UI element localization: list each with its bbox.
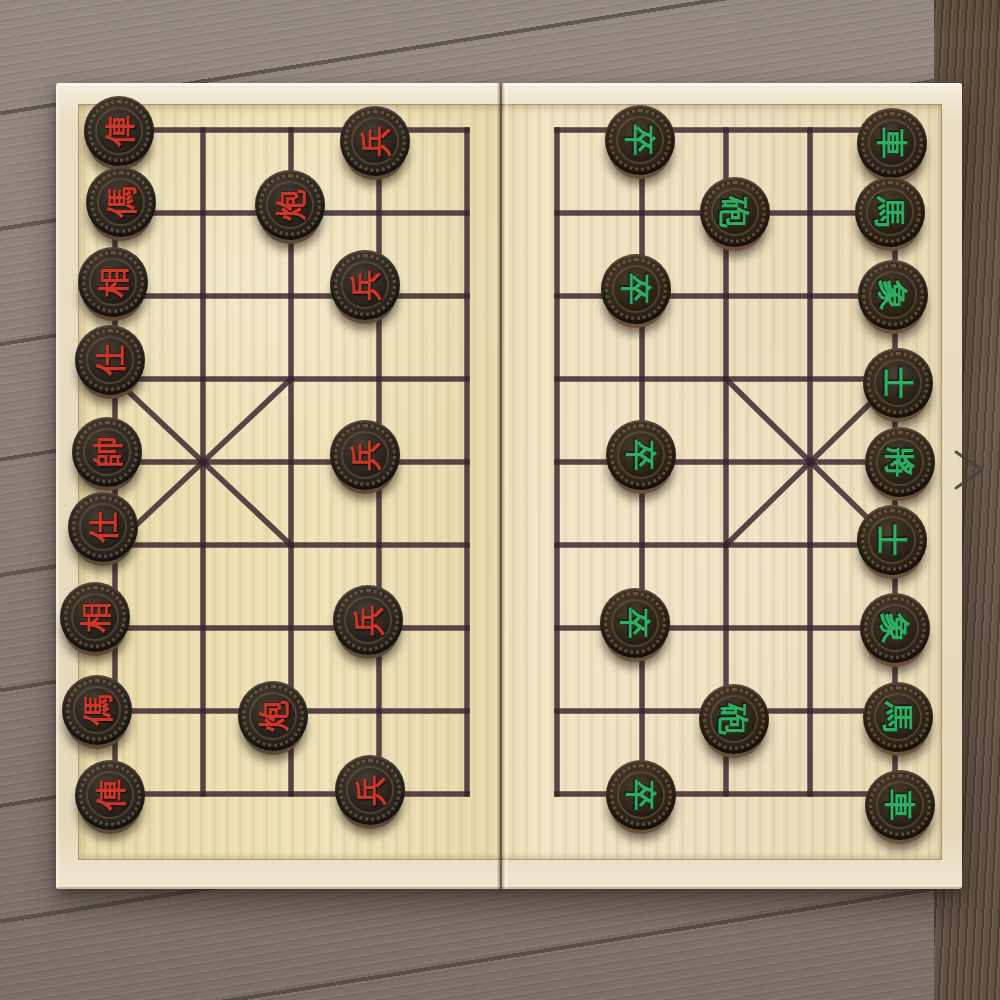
- piece-glyph-兵: 兵: [346, 766, 394, 814]
- piece-glyph-兵: 兵: [341, 261, 389, 309]
- piece-green-horse[interactable]: 馬: [855, 177, 925, 247]
- piece-glyph-象: 象: [869, 271, 917, 319]
- piece-glyph-炮: 炮: [249, 692, 297, 740]
- piece-red-cannon[interactable]: 炮: [238, 681, 308, 751]
- piece-green-soldier[interactable]: 卒: [601, 254, 671, 324]
- piece-glyph-俥: 俥: [86, 771, 134, 819]
- piece-glyph-炮: 炮: [266, 181, 314, 229]
- piece-glyph-象: 象: [871, 604, 919, 652]
- piece-red-advisor[interactable]: 仕: [75, 325, 145, 395]
- piece-red-advisor[interactable]: 仕: [68, 492, 138, 562]
- piece-red-general[interactable]: 帥: [72, 417, 142, 487]
- pieces-layer: 俥傌相仕帥仕相傌俥炮炮兵兵兵兵兵卒卒卒卒卒砲砲車馬象士將士象馬車: [0, 0, 1000, 1000]
- latch-hook-icon: [948, 438, 994, 500]
- piece-glyph-相: 相: [71, 593, 119, 641]
- piece-glyph-兵: 兵: [341, 431, 389, 479]
- piece-glyph-砲: 砲: [710, 695, 758, 743]
- piece-glyph-士: 士: [868, 516, 916, 564]
- piece-glyph-卒: 卒: [617, 771, 665, 819]
- piece-glyph-傌: 傌: [97, 178, 145, 226]
- piece-red-soldier[interactable]: 兵: [335, 755, 405, 825]
- piece-green-chariot[interactable]: 車: [857, 108, 927, 178]
- piece-glyph-兵: 兵: [344, 596, 392, 644]
- piece-glyph-車: 車: [868, 119, 916, 167]
- piece-glyph-兵: 兵: [351, 117, 399, 165]
- piece-red-soldier[interactable]: 兵: [330, 250, 400, 320]
- piece-glyph-卒: 卒: [616, 116, 664, 164]
- piece-green-general[interactable]: 將: [865, 427, 935, 497]
- scene: { "game": "xiangqi", "scene": "Overhead …: [0, 0, 1000, 1000]
- piece-red-chariot[interactable]: 俥: [84, 96, 154, 166]
- piece-green-soldier[interactable]: 卒: [600, 588, 670, 658]
- piece-green-soldier[interactable]: 卒: [606, 760, 676, 830]
- piece-green-elephant[interactable]: 象: [860, 593, 930, 663]
- piece-glyph-馬: 馬: [874, 693, 922, 741]
- piece-red-soldier[interactable]: 兵: [330, 420, 400, 490]
- piece-glyph-馬: 馬: [866, 188, 914, 236]
- piece-green-soldier[interactable]: 卒: [606, 420, 676, 490]
- piece-red-elephant[interactable]: 相: [78, 247, 148, 317]
- piece-glyph-卒: 卒: [612, 265, 660, 313]
- piece-green-advisor[interactable]: 士: [863, 348, 933, 418]
- piece-red-cannon[interactable]: 炮: [255, 170, 325, 240]
- piece-green-horse[interactable]: 馬: [863, 682, 933, 752]
- piece-green-chariot[interactable]: 車: [865, 770, 935, 840]
- piece-red-horse[interactable]: 傌: [62, 675, 132, 745]
- piece-green-cannon[interactable]: 砲: [700, 177, 770, 247]
- piece-glyph-砲: 砲: [711, 188, 759, 236]
- piece-green-soldier[interactable]: 卒: [605, 105, 675, 175]
- piece-glyph-卒: 卒: [611, 599, 659, 647]
- piece-glyph-士: 士: [874, 359, 922, 407]
- piece-glyph-傌: 傌: [73, 686, 121, 734]
- piece-glyph-車: 車: [876, 781, 924, 829]
- piece-glyph-仕: 仕: [86, 336, 134, 384]
- piece-green-cannon[interactable]: 砲: [699, 684, 769, 754]
- piece-glyph-將: 將: [876, 438, 924, 486]
- piece-green-advisor[interactable]: 士: [857, 505, 927, 575]
- piece-glyph-帥: 帥: [83, 428, 131, 476]
- piece-red-chariot[interactable]: 俥: [75, 760, 145, 830]
- piece-glyph-卒: 卒: [617, 431, 665, 479]
- piece-glyph-仕: 仕: [79, 503, 127, 551]
- piece-red-soldier[interactable]: 兵: [333, 585, 403, 655]
- piece-red-horse[interactable]: 傌: [86, 167, 156, 237]
- piece-glyph-俥: 俥: [95, 107, 143, 155]
- piece-red-soldier[interactable]: 兵: [340, 106, 410, 176]
- piece-green-elephant[interactable]: 象: [858, 260, 928, 330]
- piece-glyph-相: 相: [89, 258, 137, 306]
- piece-red-elephant[interactable]: 相: [60, 582, 130, 652]
